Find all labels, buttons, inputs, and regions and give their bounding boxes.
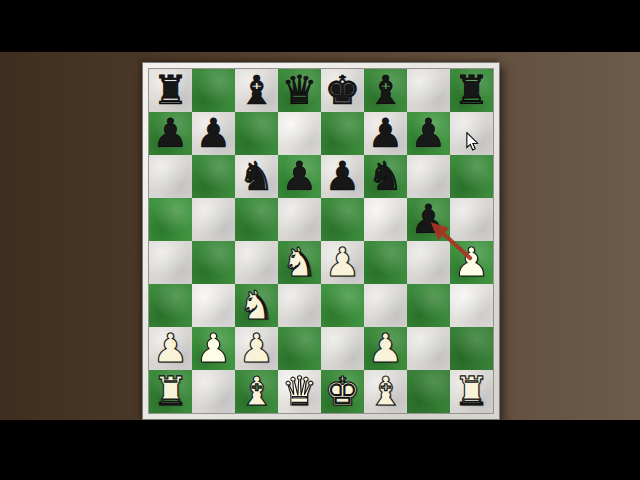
square-f3[interactable] [364,284,407,327]
piece-white-pawn[interactable]: ♟ [368,328,404,368]
square-h2[interactable] [450,327,493,370]
square-f8[interactable]: ♝ [364,69,407,112]
square-c3[interactable]: ♞ [235,284,278,327]
square-f4[interactable] [364,241,407,284]
square-g6[interactable] [407,155,450,198]
square-g2[interactable] [407,327,450,370]
square-b6[interactable] [192,155,235,198]
chess-board-frame: ♜♝♛♚♝♜♟♟♟♟♞♟♟♞♟♞♟♟♞♟♟♟♟♜♝♛♚♝♜ [142,62,500,420]
chess-board: ♜♝♛♚♝♜♟♟♟♟♞♟♟♞♟♞♟♟♞♟♟♟♟♜♝♛♚♝♜ [149,69,493,413]
square-h4[interactable]: ♟ [450,241,493,284]
square-b8[interactable] [192,69,235,112]
square-b4[interactable] [192,241,235,284]
piece-white-rook[interactable]: ♜ [454,371,490,411]
square-c1[interactable]: ♝ [235,370,278,413]
square-d7[interactable] [278,112,321,155]
piece-white-knight[interactable]: ♞ [282,242,318,282]
piece-white-pawn[interactable]: ♟ [454,242,490,282]
square-h8[interactable]: ♜ [450,69,493,112]
square-g8[interactable] [407,69,450,112]
square-a4[interactable] [149,241,192,284]
square-b1[interactable] [192,370,235,413]
square-f7[interactable]: ♟ [364,112,407,155]
square-d2[interactable] [278,327,321,370]
piece-white-bishop[interactable]: ♝ [239,371,275,411]
square-h6[interactable] [450,155,493,198]
square-h7[interactable] [450,112,493,155]
square-g4[interactable] [407,241,450,284]
square-e8[interactable]: ♚ [321,69,364,112]
square-d5[interactable] [278,198,321,241]
square-b7[interactable]: ♟ [192,112,235,155]
piece-black-pawn[interactable]: ♟ [411,113,447,153]
square-a1[interactable]: ♜ [149,370,192,413]
square-f1[interactable]: ♝ [364,370,407,413]
piece-white-knight[interactable]: ♞ [239,285,275,325]
piece-black-pawn[interactable]: ♟ [196,113,232,153]
letterbox-top [0,0,640,52]
piece-white-rook[interactable]: ♜ [153,371,189,411]
square-d6[interactable]: ♟ [278,155,321,198]
piece-white-king[interactable]: ♚ [325,371,361,411]
square-a8[interactable]: ♜ [149,69,192,112]
square-e1[interactable]: ♚ [321,370,364,413]
square-f6[interactable]: ♞ [364,155,407,198]
square-f5[interactable] [364,198,407,241]
piece-white-bishop[interactable]: ♝ [368,371,404,411]
square-a7[interactable]: ♟ [149,112,192,155]
piece-white-pawn[interactable]: ♟ [153,328,189,368]
square-c5[interactable] [235,198,278,241]
chess-board-area: ♜♝♛♚♝♜♟♟♟♟♞♟♟♞♟♞♟♟♞♟♟♟♟♜♝♛♚♝♜ [149,69,493,413]
piece-white-pawn[interactable]: ♟ [239,328,275,368]
square-g7[interactable]: ♟ [407,112,450,155]
piece-white-pawn[interactable]: ♟ [325,242,361,282]
square-h3[interactable] [450,284,493,327]
square-e4[interactable]: ♟ [321,241,364,284]
piece-black-pawn[interactable]: ♟ [153,113,189,153]
square-d8[interactable]: ♛ [278,69,321,112]
piece-black-pawn[interactable]: ♟ [325,156,361,196]
piece-black-knight[interactable]: ♞ [239,156,275,196]
square-e6[interactable]: ♟ [321,155,364,198]
square-d4[interactable]: ♞ [278,241,321,284]
piece-white-pawn[interactable]: ♟ [196,328,232,368]
square-e2[interactable] [321,327,364,370]
piece-white-queen[interactable]: ♛ [282,371,318,411]
piece-black-queen[interactable]: ♛ [282,70,318,110]
video-background: ♜♝♛♚♝♜♟♟♟♟♞♟♟♞♟♞♟♟♞♟♟♟♟♜♝♛♚♝♜ [0,52,640,420]
square-e7[interactable] [321,112,364,155]
square-g3[interactable] [407,284,450,327]
piece-black-king[interactable]: ♚ [325,70,361,110]
square-a2[interactable]: ♟ [149,327,192,370]
piece-black-pawn[interactable]: ♟ [368,113,404,153]
square-b3[interactable] [192,284,235,327]
piece-black-pawn[interactable]: ♟ [411,199,447,239]
square-h5[interactable] [450,198,493,241]
square-a6[interactable] [149,155,192,198]
square-c2[interactable]: ♟ [235,327,278,370]
piece-black-rook[interactable]: ♜ [153,70,189,110]
square-c6[interactable]: ♞ [235,155,278,198]
piece-black-bishop[interactable]: ♝ [368,70,404,110]
square-c8[interactable]: ♝ [235,69,278,112]
square-a5[interactable] [149,198,192,241]
piece-black-bishop[interactable]: ♝ [239,70,275,110]
square-e5[interactable] [321,198,364,241]
square-c4[interactable] [235,241,278,284]
square-b2[interactable]: ♟ [192,327,235,370]
square-f2[interactable]: ♟ [364,327,407,370]
square-g1[interactable] [407,370,450,413]
square-g5[interactable]: ♟ [407,198,450,241]
letterbox-bottom [0,420,640,480]
piece-black-rook[interactable]: ♜ [454,70,490,110]
square-b5[interactable] [192,198,235,241]
piece-black-pawn[interactable]: ♟ [282,156,318,196]
square-d1[interactable]: ♛ [278,370,321,413]
square-e3[interactable] [321,284,364,327]
square-a3[interactable] [149,284,192,327]
square-h1[interactable]: ♜ [450,370,493,413]
square-c7[interactable] [235,112,278,155]
piece-black-knight[interactable]: ♞ [368,156,404,196]
square-d3[interactable] [278,284,321,327]
